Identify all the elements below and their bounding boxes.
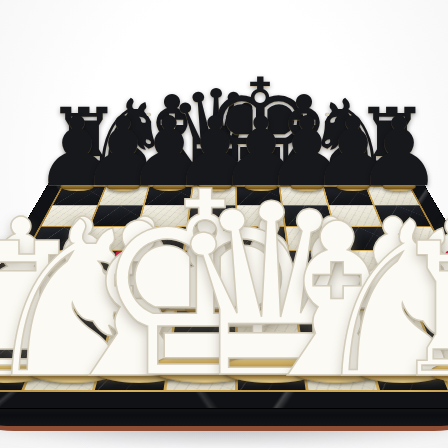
piece-white-rook-h1: ♜ xyxy=(386,219,448,380)
pieces-layer: ♜♞♝♛♚♝♞♜♟♟♟♟♟♟♟♟♟♟♟♟♟♟♟♟♜♞♝♚♛♝♞♜ xyxy=(0,0,448,448)
rook-glyph: ♜ xyxy=(386,219,448,404)
chess-set-photo: ♜♞♝♛♚♝♞♜♟♟♟♟♟♟♟♟♟♟♟♟♟♟♟♟♜♞♝♚♛♝♞♜ xyxy=(0,0,448,448)
